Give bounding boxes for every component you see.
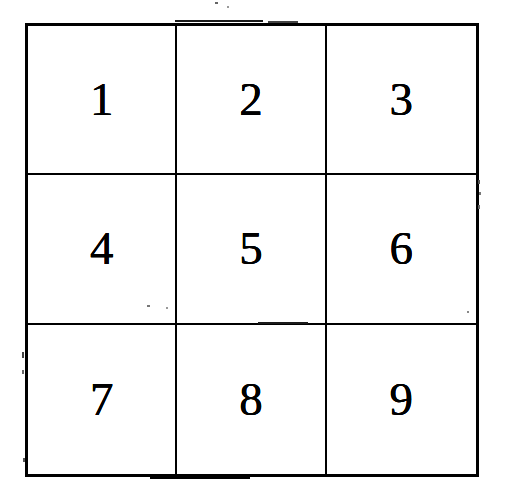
cell-4-number: 4 xyxy=(90,225,114,272)
scan-speckle xyxy=(215,2,218,4)
cell-5-number: 5 xyxy=(239,225,263,272)
cell-9-number: 9 xyxy=(390,376,414,423)
cell-8: 8 xyxy=(177,325,326,474)
cell-4: 4 xyxy=(28,175,177,324)
cell-3-number: 3 xyxy=(390,76,414,123)
cell-6-number: 6 xyxy=(390,225,414,272)
cell-5: 5 xyxy=(177,175,326,324)
cell-6: 6 xyxy=(327,175,476,324)
cell-7: 7 xyxy=(28,325,177,474)
cell-2: 2 xyxy=(177,26,326,175)
cell-9: 9 xyxy=(327,325,476,474)
scan-speckle xyxy=(479,192,481,195)
scan-speckle xyxy=(227,6,229,8)
cell-1-number: 1 xyxy=(90,76,114,123)
scan-speckle xyxy=(175,20,263,22)
cell-8-number: 8 xyxy=(239,376,263,423)
cell-1: 1 xyxy=(28,26,177,175)
cell-3: 3 xyxy=(327,26,476,175)
cell-2-number: 2 xyxy=(239,76,263,123)
scan-speckle xyxy=(22,370,24,374)
grid-board: 1 2 3 4 5 6 7 8 9 xyxy=(25,23,479,477)
cell-7-number: 7 xyxy=(90,376,114,423)
scan-speckle xyxy=(22,352,24,358)
